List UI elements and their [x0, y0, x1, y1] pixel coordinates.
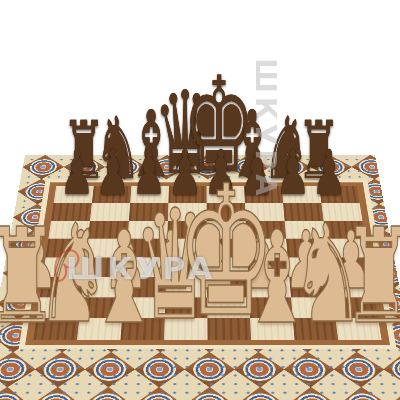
pieces-layer: ♜♞♝♛♚♝♞♜♟♟♟♟♟♟♟♟♟♟♟♟♟♟♟♟♜♞♝♛♚♝♞♜: [0, 0, 400, 400]
watermark-vertical: ШКУРА: [250, 49, 282, 209]
watermark-horizontal: ШКУРА: [66, 250, 215, 286]
piece-white-rook-h1[interactable]: ♜: [342, 210, 400, 342]
product-photo: ♜♞♝♛♚♝♞♜♟♟♟♟♟♟♟♟♟♟♟♟♟♟♟♟♜♞♝♛♚♝♞♜ ШКУРА Ш…: [0, 0, 400, 400]
